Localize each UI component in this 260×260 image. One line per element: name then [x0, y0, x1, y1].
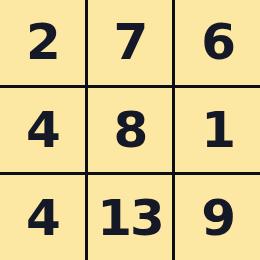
cell-r2c3[interactable]: 1 — [175, 88, 260, 173]
cell-r3c1[interactable]: 4 — [0, 175, 85, 260]
cell-r2c1[interactable]: 4 — [0, 88, 85, 173]
cell-r3c2[interactable]: 13 — [88, 175, 173, 260]
cell-r1c2[interactable]: 7 — [88, 0, 173, 85]
cell-r1c3[interactable]: 6 — [175, 0, 260, 85]
cell-r2c2[interactable]: 8 — [88, 88, 173, 173]
cell-r3c3[interactable]: 9 — [175, 175, 260, 260]
number-grid-board: 2 7 6 4 8 1 4 13 9 — [0, 0, 260, 260]
cell-r1c1[interactable]: 2 — [0, 0, 85, 85]
